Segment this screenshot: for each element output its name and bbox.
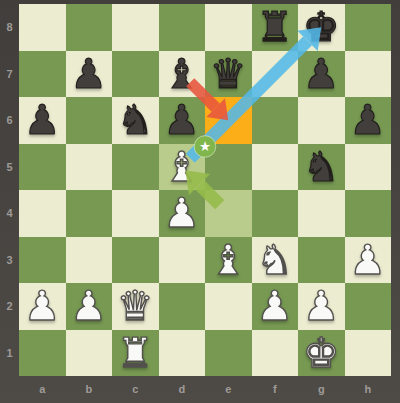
square-d1[interactable] <box>159 330 206 377</box>
square-a3[interactable] <box>19 237 66 284</box>
white-king-g1[interactable]: ♚ <box>298 330 345 377</box>
square-h7[interactable] <box>345 51 392 98</box>
square-a4[interactable] <box>19 190 66 237</box>
black-knight-c6[interactable]: ♞ <box>112 97 159 144</box>
square-f4[interactable] <box>252 190 299 237</box>
square-g4[interactable] <box>298 190 345 237</box>
square-b1[interactable] <box>66 330 113 377</box>
rank-label-5: 5 <box>0 144 19 191</box>
rank-label-1: 1 <box>0 330 19 377</box>
white-bishop-d5[interactable]: ♝ <box>159 144 206 191</box>
square-b3[interactable] <box>66 237 113 284</box>
square-h8[interactable] <box>345 4 392 51</box>
black-queen-e7[interactable]: ♛ <box>205 51 252 98</box>
file-label-a: a <box>19 380 66 400</box>
black-pawn-g7[interactable]: ♟ <box>298 51 345 98</box>
black-king-g8[interactable]: ♚ <box>298 4 345 51</box>
rank-label-8: 8 <box>0 4 19 51</box>
white-rook-c1[interactable]: ♜ <box>112 330 159 377</box>
white-pawn-g2[interactable]: ♟ <box>298 283 345 330</box>
white-pawn-b2[interactable]: ♟ <box>66 283 113 330</box>
rank-label-4: 4 <box>0 190 19 237</box>
square-f6[interactable] <box>252 97 299 144</box>
square-g3[interactable] <box>298 237 345 284</box>
square-c3[interactable] <box>112 237 159 284</box>
black-pawn-b7[interactable]: ♟ <box>66 51 113 98</box>
white-knight-f3[interactable]: ♞ <box>252 237 299 284</box>
square-a8[interactable] <box>19 4 66 51</box>
white-queen-c2[interactable]: ♛ <box>112 283 159 330</box>
black-pawn-d6[interactable]: ♟ <box>159 97 206 144</box>
white-pawn-a2[interactable]: ♟ <box>19 283 66 330</box>
square-e2[interactable] <box>205 283 252 330</box>
square-d8[interactable] <box>159 4 206 51</box>
square-b8[interactable] <box>66 4 113 51</box>
white-pawn-h3[interactable]: ♟ <box>345 237 392 284</box>
chess-analysis-screenshot: ♜♚♟♝♛♟♟♞♟♟♝♞♟♝♞♟♟♟♛♟♟♜♚ ★ 87654321abcdef… <box>0 0 400 403</box>
file-label-h: h <box>345 380 392 400</box>
square-f7[interactable] <box>252 51 299 98</box>
square-a7[interactable] <box>19 51 66 98</box>
black-rook-f8[interactable]: ♜ <box>252 4 299 51</box>
black-knight-g5[interactable]: ♞ <box>298 144 345 191</box>
square-b4[interactable] <box>66 190 113 237</box>
square-f1[interactable] <box>252 330 299 377</box>
rank-label-3: 3 <box>0 237 19 284</box>
chess-board: ♜♚♟♝♛♟♟♞♟♟♝♞♟♝♞♟♟♟♛♟♟♜♚ <box>19 4 391 376</box>
white-pawn-d4[interactable]: ♟ <box>159 190 206 237</box>
square-b5[interactable] <box>66 144 113 191</box>
square-c4[interactable] <box>112 190 159 237</box>
black-pawn-a6[interactable]: ♟ <box>19 97 66 144</box>
square-h1[interactable] <box>345 330 392 377</box>
rank-label-2: 2 <box>0 283 19 330</box>
square-a5[interactable] <box>19 144 66 191</box>
black-bishop-d7[interactable]: ♝ <box>159 51 206 98</box>
square-d2[interactable] <box>159 283 206 330</box>
square-g6[interactable] <box>298 97 345 144</box>
white-pawn-f2[interactable]: ♟ <box>252 283 299 330</box>
square-f5[interactable] <box>252 144 299 191</box>
rank-label-7: 7 <box>0 51 19 98</box>
file-label-b: b <box>66 380 113 400</box>
white-bishop-e3[interactable]: ♝ <box>205 237 252 284</box>
square-c7[interactable] <box>112 51 159 98</box>
file-label-f: f <box>252 380 299 400</box>
square-e5[interactable] <box>205 144 252 191</box>
file-label-d: d <box>159 380 206 400</box>
square-b6[interactable] <box>66 97 113 144</box>
square-d3[interactable] <box>159 237 206 284</box>
square-c5[interactable] <box>112 144 159 191</box>
square-c8[interactable] <box>112 4 159 51</box>
square-e4[interactable] <box>205 190 252 237</box>
square-h2[interactable] <box>345 283 392 330</box>
rank-label-6: 6 <box>0 97 19 144</box>
file-label-e: e <box>205 380 252 400</box>
file-label-c: c <box>112 380 159 400</box>
square-a1[interactable] <box>19 330 66 377</box>
square-e8[interactable] <box>205 4 252 51</box>
square-h4[interactable] <box>345 190 392 237</box>
square-h5[interactable] <box>345 144 392 191</box>
file-label-g: g <box>298 380 345 400</box>
square-e1[interactable] <box>205 330 252 377</box>
black-pawn-h6[interactable]: ♟ <box>345 97 392 144</box>
square-e6[interactable] <box>205 97 252 144</box>
